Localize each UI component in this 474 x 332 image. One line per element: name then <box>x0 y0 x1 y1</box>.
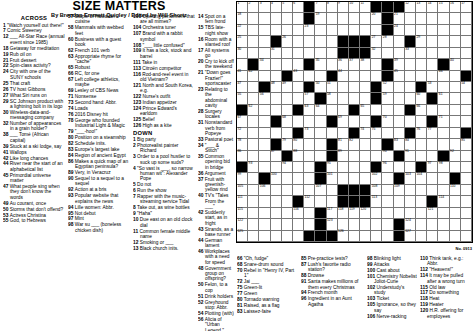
grid-cell[interactable]: 82 <box>349 139 360 150</box>
grid-cell[interactable] <box>450 128 461 139</box>
grid-cell[interactable] <box>259 139 270 150</box>
grid-cell[interactable]: 114 <box>438 196 449 207</box>
grid-cell[interactable]: 113 <box>371 196 382 207</box>
grid-cell[interactable] <box>304 36 315 47</box>
grid-cell[interactable] <box>304 139 315 150</box>
grid-cell[interactable]: 37 <box>349 59 360 70</box>
grid-cell[interactable] <box>259 36 270 47</box>
grid-cell[interactable]: 123 <box>327 219 338 230</box>
crossword-grid[interactable]: 1234567891011121314151617181920212223242… <box>236 1 473 243</box>
grid-cell[interactable] <box>304 219 315 230</box>
grid-cell[interactable] <box>360 219 371 230</box>
grid-cell[interactable]: 9 <box>338 2 349 13</box>
grid-cell[interactable] <box>248 82 259 93</box>
grid-cell[interactable] <box>427 173 438 184</box>
grid-cell[interactable]: 13 <box>416 2 427 13</box>
grid-cell[interactable] <box>327 196 338 207</box>
grid-cell[interactable]: 96 <box>382 162 393 173</box>
grid-cell[interactable] <box>382 185 393 196</box>
grid-cell[interactable]: 24 <box>394 25 405 36</box>
grid-cell[interactable] <box>438 139 449 150</box>
grid-cell[interactable] <box>349 219 360 230</box>
grid-cell[interactable]: 88 <box>293 151 304 162</box>
grid-cell[interactable]: 26 <box>282 36 293 47</box>
grid-cell[interactable] <box>382 128 393 139</box>
grid-cell[interactable] <box>371 71 382 82</box>
grid-cell[interactable] <box>293 185 304 196</box>
grid-cell[interactable] <box>338 82 349 93</box>
grid-cell[interactable]: 111 <box>237 196 248 207</box>
grid-cell[interactable] <box>394 196 405 207</box>
grid-cell[interactable] <box>349 162 360 173</box>
grid-cell[interactable]: 11 <box>360 2 371 13</box>
grid-cell[interactable] <box>371 139 382 150</box>
grid-cell[interactable] <box>371 105 382 116</box>
grid-cell[interactable]: 119 <box>349 208 360 219</box>
grid-cell[interactable] <box>394 36 405 47</box>
grid-cell[interactable]: 6 <box>293 2 304 13</box>
grid-cell[interactable] <box>282 59 293 70</box>
grid-cell[interactable] <box>438 13 449 24</box>
grid-cell[interactable]: 66 <box>416 105 427 116</box>
grid-cell[interactable]: 44 <box>338 71 349 82</box>
grid-cell[interactable] <box>416 71 427 82</box>
grid-cell[interactable] <box>349 71 360 82</box>
grid-cell[interactable]: 77 <box>427 128 438 139</box>
grid-cell[interactable] <box>382 196 393 207</box>
grid-cell[interactable] <box>248 25 259 36</box>
grid-cell[interactable]: 107 <box>315 185 326 196</box>
grid-cell[interactable] <box>248 196 259 207</box>
grid-cell[interactable] <box>248 13 259 24</box>
grid-cell[interactable]: 5 <box>282 2 293 13</box>
grid-cell[interactable] <box>248 139 259 150</box>
grid-cell[interactable] <box>450 196 461 207</box>
grid-cell[interactable] <box>282 48 293 59</box>
grid-cell[interactable] <box>461 151 472 162</box>
grid-cell[interactable] <box>427 231 438 242</box>
grid-cell[interactable] <box>248 128 259 139</box>
grid-cell[interactable] <box>360 151 371 162</box>
grid-cell[interactable]: 110 <box>450 185 461 196</box>
grid-cell[interactable] <box>271 59 282 70</box>
grid-cell[interactable] <box>461 105 472 116</box>
grid-cell[interactable] <box>327 48 338 59</box>
grid-cell[interactable] <box>338 162 349 173</box>
grid-cell[interactable] <box>416 151 427 162</box>
grid-cell[interactable] <box>461 13 472 24</box>
grid-cell[interactable]: 38 <box>360 59 371 70</box>
grid-cell[interactable] <box>438 208 449 219</box>
grid-cell[interactable] <box>282 13 293 24</box>
grid-cell[interactable] <box>450 116 461 127</box>
grid-cell[interactable] <box>315 139 326 150</box>
grid-cell[interactable]: 33 <box>405 48 416 59</box>
grid-cell[interactable]: 120 <box>360 208 371 219</box>
grid-cell[interactable]: 65 <box>360 105 371 116</box>
grid-cell[interactable] <box>427 48 438 59</box>
grid-cell[interactable] <box>360 25 371 36</box>
grid-cell[interactable] <box>271 93 282 104</box>
grid-cell[interactable]: 58 <box>327 93 338 104</box>
grid-cell[interactable] <box>271 196 282 207</box>
grid-cell[interactable] <box>382 219 393 230</box>
grid-cell[interactable] <box>304 71 315 82</box>
grid-cell[interactable] <box>315 25 326 36</box>
grid-cell[interactable] <box>338 13 349 24</box>
grid-cell[interactable]: 40 <box>450 59 461 70</box>
grid-cell[interactable] <box>394 116 405 127</box>
grid-cell[interactable] <box>405 71 416 82</box>
grid-cell[interactable] <box>271 13 282 24</box>
grid-cell[interactable] <box>450 71 461 82</box>
grid-cell[interactable] <box>248 48 259 59</box>
grid-cell[interactable] <box>405 185 416 196</box>
grid-cell[interactable]: 74 <box>360 128 371 139</box>
grid-cell[interactable]: 16 <box>450 2 461 13</box>
grid-cell[interactable] <box>427 13 438 24</box>
grid-cell[interactable] <box>360 162 371 173</box>
grid-cell[interactable] <box>271 25 282 36</box>
grid-cell[interactable]: 75 <box>371 128 382 139</box>
grid-cell[interactable] <box>338 25 349 36</box>
grid-cell[interactable] <box>461 173 472 184</box>
grid-cell[interactable]: 101 <box>327 173 338 184</box>
grid-cell[interactable]: 49 <box>282 82 293 93</box>
grid-cell[interactable]: 28 <box>382 36 393 47</box>
grid-cell[interactable]: 55 <box>237 93 248 104</box>
grid-cell[interactable] <box>427 25 438 36</box>
grid-cell[interactable] <box>259 196 270 207</box>
grid-cell[interactable]: 68 <box>282 116 293 127</box>
grid-cell[interactable] <box>349 25 360 36</box>
grid-cell[interactable] <box>360 82 371 93</box>
grid-cell[interactable]: 31 <box>271 48 282 59</box>
grid-cell[interactable] <box>450 13 461 24</box>
grid-cell[interactable] <box>461 185 472 196</box>
grid-cell[interactable] <box>360 139 371 150</box>
grid-cell[interactable] <box>327 105 338 116</box>
grid-cell[interactable] <box>416 208 427 219</box>
grid-cell[interactable] <box>382 208 393 219</box>
grid-cell[interactable] <box>416 48 427 59</box>
grid-cell[interactable]: 64 <box>315 105 326 116</box>
grid-cell[interactable] <box>438 25 449 36</box>
grid-cell[interactable] <box>259 71 270 82</box>
grid-cell[interactable]: 91 <box>405 151 416 162</box>
grid-cell[interactable] <box>371 208 382 219</box>
grid-cell[interactable]: 126 <box>338 231 349 242</box>
grid-cell[interactable]: 8 <box>327 2 338 13</box>
grid-cell[interactable] <box>259 25 270 36</box>
grid-cell[interactable] <box>349 13 360 24</box>
grid-cell[interactable] <box>271 231 282 242</box>
grid-cell[interactable]: 48 <box>271 82 282 93</box>
grid-cell[interactable] <box>450 219 461 230</box>
grid-cell[interactable] <box>349 231 360 242</box>
grid-cell[interactable] <box>293 219 304 230</box>
grid-cell[interactable] <box>282 231 293 242</box>
grid-cell[interactable] <box>394 208 405 219</box>
grid-cell[interactable]: 35 <box>315 59 326 70</box>
grid-cell[interactable] <box>438 128 449 139</box>
grid-cell[interactable] <box>259 13 270 24</box>
grid-cell[interactable]: 50 <box>315 82 326 93</box>
grid-cell[interactable] <box>382 231 393 242</box>
grid-cell[interactable]: 98 <box>438 162 449 173</box>
grid-cell[interactable]: 109 <box>394 185 405 196</box>
grid-cell[interactable] <box>416 59 427 70</box>
grid-cell[interactable] <box>416 185 427 196</box>
grid-cell[interactable] <box>315 36 326 47</box>
grid-cell[interactable] <box>450 25 461 36</box>
grid-cell[interactable] <box>304 208 315 219</box>
grid-cell[interactable] <box>349 173 360 184</box>
grid-cell[interactable]: 69 <box>338 116 349 127</box>
grid-cell[interactable] <box>382 173 393 184</box>
grid-cell[interactable] <box>416 116 427 127</box>
grid-cell[interactable] <box>450 105 461 116</box>
grid-cell[interactable] <box>405 93 416 104</box>
grid-cell[interactable] <box>427 36 438 47</box>
grid-cell[interactable] <box>271 208 282 219</box>
grid-cell[interactable] <box>293 93 304 104</box>
grid-cell[interactable] <box>394 82 405 93</box>
grid-cell[interactable] <box>315 116 326 127</box>
grid-cell[interactable] <box>338 173 349 184</box>
grid-cell[interactable] <box>293 82 304 93</box>
grid-cell[interactable] <box>271 105 282 116</box>
grid-cell[interactable] <box>293 25 304 36</box>
grid-cell[interactable]: 70 <box>382 116 393 127</box>
grid-cell[interactable] <box>416 139 427 150</box>
grid-cell[interactable] <box>271 219 282 230</box>
grid-cell[interactable] <box>461 162 472 173</box>
grid-cell[interactable]: 45 <box>394 71 405 82</box>
grid-cell[interactable] <box>427 219 438 230</box>
grid-cell[interactable]: 27 <box>371 36 382 47</box>
grid-cell[interactable] <box>461 231 472 242</box>
grid-cell[interactable] <box>248 173 259 184</box>
grid-cell[interactable]: 127 <box>405 231 416 242</box>
grid-cell[interactable]: 30 <box>237 48 248 59</box>
grid-cell[interactable] <box>360 13 371 24</box>
grid-cell[interactable]: 93 <box>248 162 259 173</box>
grid-cell[interactable] <box>259 219 270 230</box>
grid-cell[interactable] <box>293 116 304 127</box>
grid-cell[interactable] <box>259 231 270 242</box>
grid-cell[interactable] <box>450 231 461 242</box>
grid-cell[interactable] <box>360 173 371 184</box>
grid-cell[interactable]: 86 <box>237 151 248 162</box>
grid-cell[interactable]: 3 <box>259 2 270 13</box>
grid-cell[interactable]: 29 <box>416 36 427 47</box>
grid-cell[interactable] <box>293 173 304 184</box>
grid-cell[interactable] <box>405 116 416 127</box>
grid-cell[interactable]: 97 <box>427 162 438 173</box>
grid-cell[interactable]: 62 <box>248 105 259 116</box>
grid-cell[interactable] <box>360 231 371 242</box>
grid-cell[interactable] <box>427 59 438 70</box>
grid-cell[interactable] <box>405 13 416 24</box>
grid-cell[interactable]: 103 <box>405 173 416 184</box>
grid-cell[interactable]: 100 <box>271 173 282 184</box>
grid-cell[interactable] <box>248 185 259 196</box>
grid-cell[interactable] <box>349 151 360 162</box>
grid-cell[interactable] <box>416 196 427 207</box>
grid-cell[interactable]: 104 <box>416 173 427 184</box>
grid-cell[interactable] <box>438 219 449 230</box>
grid-cell[interactable] <box>327 13 338 24</box>
grid-cell[interactable]: 118 <box>338 208 349 219</box>
grid-cell[interactable] <box>394 105 405 116</box>
grid-cell[interactable]: 76 <box>416 128 427 139</box>
grid-cell[interactable] <box>405 59 416 70</box>
grid-cell[interactable] <box>327 128 338 139</box>
grid-cell[interactable] <box>427 105 438 116</box>
grid-cell[interactable]: 32 <box>371 48 382 59</box>
grid-cell[interactable]: 14 <box>427 2 438 13</box>
grid-cell[interactable] <box>461 59 472 70</box>
grid-cell[interactable] <box>382 48 393 59</box>
grid-cell[interactable] <box>450 36 461 47</box>
grid-cell[interactable] <box>259 162 270 173</box>
grid-cell[interactable] <box>304 48 315 59</box>
grid-cell[interactable] <box>427 139 438 150</box>
grid-cell[interactable]: 17 <box>461 2 472 13</box>
grid-cell[interactable]: 19 <box>315 13 326 24</box>
grid-cell[interactable]: 10 <box>349 2 360 13</box>
grid-cell[interactable] <box>282 196 293 207</box>
grid-cell[interactable] <box>371 219 382 230</box>
grid-cell[interactable] <box>271 185 282 196</box>
grid-cell[interactable] <box>304 116 315 127</box>
grid-cell[interactable] <box>293 36 304 47</box>
grid-cell[interactable] <box>405 25 416 36</box>
grid-cell[interactable] <box>315 128 326 139</box>
grid-cell[interactable] <box>349 93 360 104</box>
grid-cell[interactable]: 87 <box>271 151 282 162</box>
grid-cell[interactable]: 83 <box>394 139 405 150</box>
grid-cell[interactable] <box>282 185 293 196</box>
grid-cell[interactable] <box>327 59 338 70</box>
grid-cell[interactable] <box>416 219 427 230</box>
grid-cell[interactable]: 71 <box>438 116 449 127</box>
grid-cell[interactable] <box>248 219 259 230</box>
grid-cell[interactable] <box>461 116 472 127</box>
grid-cell[interactable] <box>271 128 282 139</box>
grid-cell[interactable] <box>248 208 259 219</box>
grid-cell[interactable] <box>450 162 461 173</box>
grid-cell[interactable]: 23 <box>304 25 315 36</box>
grid-cell[interactable] <box>338 93 349 104</box>
grid-cell[interactable]: 112 <box>304 196 315 207</box>
grid-cell[interactable]: 53 <box>427 82 438 93</box>
grid-cell[interactable] <box>259 105 270 116</box>
grid-cell[interactable] <box>405 82 416 93</box>
grid-cell[interactable] <box>394 93 405 104</box>
grid-cell[interactable]: 54 <box>461 82 472 93</box>
grid-cell[interactable] <box>327 25 338 36</box>
grid-cell[interactable]: 42 <box>248 71 259 82</box>
grid-cell[interactable] <box>282 208 293 219</box>
grid-cell[interactable] <box>360 116 371 127</box>
grid-cell[interactable]: 121 <box>427 208 438 219</box>
grid-cell[interactable] <box>349 116 360 127</box>
grid-cell[interactable] <box>259 116 270 127</box>
grid-cell[interactable] <box>293 13 304 24</box>
grid-cell[interactable] <box>304 173 315 184</box>
grid-cell[interactable] <box>248 116 259 127</box>
grid-cell[interactable]: 34 <box>259 59 270 70</box>
grid-cell[interactable] <box>438 173 449 184</box>
grid-cell[interactable] <box>259 151 270 162</box>
grid-cell[interactable] <box>259 128 270 139</box>
grid-cell[interactable]: 2 <box>248 2 259 13</box>
grid-cell[interactable] <box>461 93 472 104</box>
grid-cell[interactable] <box>293 231 304 242</box>
grid-cell[interactable]: 125 <box>237 231 248 242</box>
grid-cell[interactable] <box>438 231 449 242</box>
grid-cell[interactable] <box>248 231 259 242</box>
grid-cell[interactable]: 43 <box>293 71 304 82</box>
grid-cell[interactable] <box>282 219 293 230</box>
grid-cell[interactable]: 61 <box>438 93 449 104</box>
grid-cell[interactable]: 46 <box>438 71 449 82</box>
grid-cell[interactable] <box>371 231 382 242</box>
grid-cell[interactable] <box>394 162 405 173</box>
grid-cell[interactable] <box>349 82 360 93</box>
grid-cell[interactable] <box>438 48 449 59</box>
grid-cell[interactable] <box>450 93 461 104</box>
grid-cell[interactable] <box>450 208 461 219</box>
grid-cell[interactable]: 67 <box>237 116 248 127</box>
grid-cell[interactable]: 92 <box>450 151 461 162</box>
grid-cell[interactable]: 4 <box>271 2 282 13</box>
grid-cell[interactable] <box>427 185 438 196</box>
grid-cell[interactable]: 79 <box>282 139 293 150</box>
grid-cell[interactable]: 20 <box>371 13 382 24</box>
grid-cell[interactable] <box>360 71 371 82</box>
grid-cell[interactable] <box>315 151 326 162</box>
grid-cell[interactable] <box>416 13 427 24</box>
grid-cell[interactable] <box>450 82 461 93</box>
grid-cell[interactable]: 73 <box>304 128 315 139</box>
grid-cell[interactable]: 59 <box>382 93 393 104</box>
grid-cell[interactable] <box>461 208 472 219</box>
grid-cell[interactable] <box>416 231 427 242</box>
grid-cell[interactable] <box>461 25 472 36</box>
grid-cell[interactable]: 106 <box>259 185 270 196</box>
grid-cell[interactable] <box>248 36 259 47</box>
grid-cell[interactable]: 56 <box>259 93 270 104</box>
grid-cell[interactable] <box>293 162 304 173</box>
grid-cell[interactable]: 85 <box>461 139 472 150</box>
grid-cell[interactable] <box>461 219 472 230</box>
grid-cell[interactable] <box>461 196 472 207</box>
grid-cell[interactable]: 94 <box>282 162 293 173</box>
grid-cell[interactable] <box>259 208 270 219</box>
grid-cell[interactable]: 63 <box>304 105 315 116</box>
grid-cell[interactable]: 15 <box>438 2 449 13</box>
grid-cell[interactable] <box>282 173 293 184</box>
grid-cell[interactable]: 116 <box>293 208 304 219</box>
grid-cell[interactable] <box>304 151 315 162</box>
grid-cell[interactable] <box>315 196 326 207</box>
grid-cell[interactable]: 25 <box>237 36 248 47</box>
grid-cell[interactable] <box>282 93 293 104</box>
grid-cell[interactable] <box>371 59 382 70</box>
